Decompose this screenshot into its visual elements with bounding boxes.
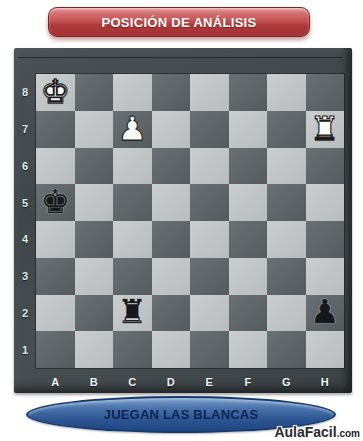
black-rook: ♜ — [117, 295, 147, 328]
file-label-g: G — [267, 368, 306, 393]
rank-label-1: 1 — [14, 331, 36, 368]
rank-label-6: 6 — [14, 148, 36, 185]
square-f3 — [229, 258, 268, 295]
square-g3 — [267, 258, 306, 295]
square-e2 — [190, 295, 229, 332]
square-b8 — [75, 74, 114, 111]
square-e3 — [190, 258, 229, 295]
square-f2 — [229, 295, 268, 332]
square-d7 — [152, 111, 191, 148]
square-e8 — [190, 74, 229, 111]
square-a1 — [36, 331, 75, 368]
square-g2 — [267, 295, 306, 332]
file-label-e: E — [190, 368, 229, 393]
aulafacil-brand-text: AulaFacil — [274, 424, 336, 440]
file-label-d: D — [152, 368, 191, 393]
chess-board-frame: 87654321 ♚♟♜♚♜♟ ABCDEFGH — [14, 48, 352, 393]
square-c8 — [113, 74, 152, 111]
square-h3 — [306, 258, 345, 295]
square-d4 — [152, 221, 191, 258]
square-h4 — [306, 221, 345, 258]
square-d1 — [152, 331, 191, 368]
square-a7 — [36, 111, 75, 148]
square-c4 — [113, 221, 152, 258]
square-f6 — [229, 148, 268, 185]
file-label-a: A — [36, 368, 75, 393]
file-label-h: H — [306, 368, 345, 393]
white-pawn: ♟ — [117, 112, 147, 145]
square-b2 — [75, 295, 114, 332]
square-b7 — [75, 111, 114, 148]
square-a2 — [36, 295, 75, 332]
square-e1 — [190, 331, 229, 368]
square-g1 — [267, 331, 306, 368]
square-f7 — [229, 111, 268, 148]
square-d6 — [152, 148, 191, 185]
square-g8 — [267, 74, 306, 111]
board-squares: ♚♟♜♚♜♟ — [36, 74, 344, 368]
square-a5: ♚ — [36, 184, 75, 221]
white-king: ♚ — [40, 75, 70, 108]
file-labels: ABCDEFGH — [36, 368, 344, 393]
square-g5 — [267, 184, 306, 221]
file-label-f: F — [229, 368, 268, 393]
analysis-position-banner[interactable]: POSICIÓN DE ANÁLISIS — [48, 7, 310, 37]
square-h1 — [306, 331, 345, 368]
square-h5 — [306, 184, 345, 221]
square-e6 — [190, 148, 229, 185]
square-f1 — [229, 331, 268, 368]
square-d2 — [152, 295, 191, 332]
file-label-b: B — [75, 368, 114, 393]
file-label-c: C — [113, 368, 152, 393]
white-to-move-label: JUEGAN LAS BLANCAS — [104, 407, 259, 422]
black-king: ♚ — [40, 185, 70, 218]
square-c7: ♟ — [113, 111, 152, 148]
square-e7 — [190, 111, 229, 148]
square-g6 — [267, 148, 306, 185]
rank-label-5: 5 — [14, 184, 36, 221]
square-b5 — [75, 184, 114, 221]
square-b6 — [75, 148, 114, 185]
square-d3 — [152, 258, 191, 295]
square-h2: ♟ — [306, 295, 345, 332]
square-h8 — [306, 74, 345, 111]
square-c6 — [113, 148, 152, 185]
square-c3 — [113, 258, 152, 295]
square-c1 — [113, 331, 152, 368]
rank-labels: 87654321 — [14, 74, 36, 368]
square-a6 — [36, 148, 75, 185]
square-b4 — [75, 221, 114, 258]
rank-label-3: 3 — [14, 258, 36, 295]
square-d5 — [152, 184, 191, 221]
rank-label-8: 8 — [14, 74, 36, 111]
square-b1 — [75, 331, 114, 368]
square-g7 — [267, 111, 306, 148]
rank-label-2: 2 — [14, 295, 36, 332]
black-pawn: ♟ — [310, 295, 340, 328]
square-d8 — [152, 74, 191, 111]
square-b3 — [75, 258, 114, 295]
square-f5 — [229, 184, 268, 221]
square-h6 — [306, 148, 345, 185]
square-a8: ♚ — [36, 74, 75, 111]
rank-label-4: 4 — [14, 221, 36, 258]
square-a4 — [36, 221, 75, 258]
square-e4 — [190, 221, 229, 258]
square-e5 — [190, 184, 229, 221]
aulafacil-suffix-text: .com — [337, 428, 360, 439]
square-g4 — [267, 221, 306, 258]
square-a3 — [36, 258, 75, 295]
square-c2: ♜ — [113, 295, 152, 332]
aulafacil-watermark: AulaFacil .com — [274, 424, 360, 440]
analysis-position-label: POSICIÓN DE ANÁLISIS — [101, 15, 256, 30]
square-f8 — [229, 74, 268, 111]
square-h7: ♜ — [306, 111, 345, 148]
rank-label-7: 7 — [14, 111, 36, 148]
square-f4 — [229, 221, 268, 258]
square-c5 — [113, 184, 152, 221]
white-rook: ♜ — [310, 112, 340, 145]
